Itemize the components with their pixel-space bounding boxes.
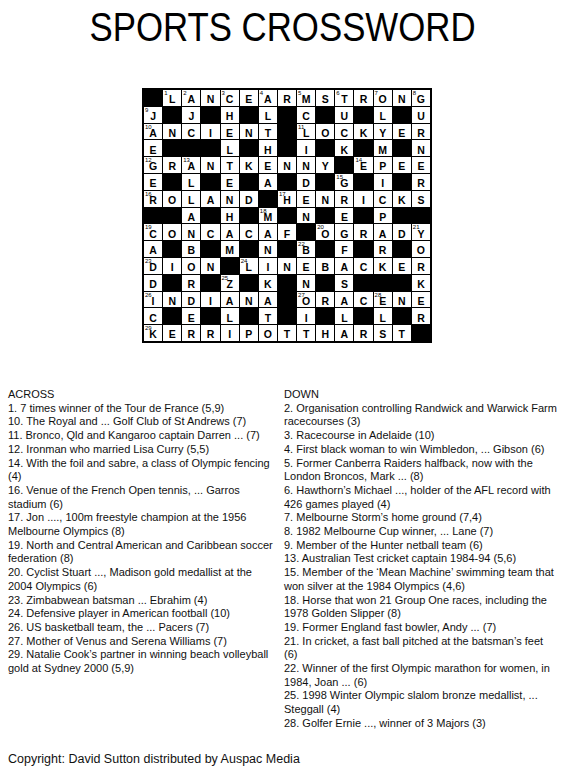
grid-cell-r9c8[interactable]: F <box>278 224 296 240</box>
grid-cell-r6c13[interactable]: I <box>374 174 392 190</box>
grid-cell-r1c2[interactable]: 1L <box>163 90 181 106</box>
grid-cell-r3c1[interactable]: 10A <box>144 124 162 140</box>
grid-cell-r11c7[interactable]: I <box>259 258 277 274</box>
grid-cell-r1c9[interactable]: 5M <box>297 90 315 106</box>
cell-letter: T <box>265 313 271 324</box>
grid-cell-r10c8 <box>278 241 296 257</box>
cell-letter: R <box>168 161 176 172</box>
grid-cell-r6c15[interactable]: R <box>412 174 430 190</box>
grid-cell-r9c5[interactable]: A <box>221 224 239 240</box>
cell-letter: J <box>150 111 156 122</box>
grid-cell-r15c5[interactable]: I <box>221 325 239 341</box>
grid-cell-r14c9[interactable]: I <box>297 308 315 324</box>
cell-letter: O <box>168 229 176 240</box>
grid-cell-r6c3[interactable]: L <box>182 174 200 190</box>
cell-letter: N <box>302 212 310 223</box>
clue-down-8: 8. 1982 Melbourne Cup winner, ... Lane (… <box>284 525 558 539</box>
grid-cell-r12c9[interactable]: N <box>297 275 315 291</box>
grid-cell-r9c14[interactable]: D <box>393 224 411 240</box>
grid-cell-r14c12 <box>354 308 372 324</box>
grid-cell-r3c11[interactable]: C <box>335 124 353 140</box>
grid-cell-r11c2[interactable]: I <box>163 258 181 274</box>
grid-cell-r8c14 <box>393 208 411 224</box>
cell-letter: C <box>149 313 157 324</box>
grid-cell-r13c11[interactable]: A <box>335 292 353 308</box>
grid-cell-r15c7[interactable]: O <box>259 325 277 341</box>
cell-letter: G <box>417 94 425 105</box>
clue-across-14: 14. With the foil and sabre, a class of … <box>8 457 278 484</box>
cell-letter: C <box>302 111 310 122</box>
cell-letter: H <box>226 212 234 223</box>
grid-cell-r9c2[interactable]: O <box>163 224 181 240</box>
cell-letter: E <box>417 161 424 172</box>
cell-number: 23 <box>145 258 152 265</box>
grid-cell-r10c15[interactable]: O <box>412 241 430 257</box>
grid-cell-r6c1[interactable]: E <box>144 174 162 190</box>
cell-letter: R <box>360 229 368 240</box>
cell-letter: E <box>303 262 310 273</box>
grid-cell-r7c1[interactable]: 16R <box>144 191 162 207</box>
cell-number: 7 <box>375 90 378 97</box>
cell-letter: A <box>341 329 349 340</box>
cell-letter: C <box>360 262 368 273</box>
grid-cell-r1c3[interactable]: 2A <box>182 90 200 106</box>
grid-cell-r11c12[interactable]: C <box>354 258 372 274</box>
grid-cell-r5c13[interactable]: P <box>374 157 392 173</box>
cell-letter: E <box>398 128 405 139</box>
grid-cell-r8c13[interactable]: P <box>374 208 392 224</box>
grid-cell-r1c7[interactable]: 4A <box>259 90 277 106</box>
grid-cell-r14c7[interactable]: T <box>259 308 277 324</box>
cell-letter: L <box>379 111 385 122</box>
cell-number: 16 <box>145 191 152 198</box>
grid-cell-r5c6[interactable]: K <box>240 157 258 173</box>
cell-letter: L <box>188 178 194 189</box>
grid-cell-r3c3[interactable]: C <box>182 124 200 140</box>
clue-down-25: 25. 1998 Winter Olympic slalom bronze me… <box>284 689 558 716</box>
grid-cell-r8c5[interactable]: H <box>221 208 239 224</box>
grid-cell-r9c6[interactable]: C <box>240 224 258 240</box>
grid-cell-r2c10 <box>316 107 334 123</box>
cell-letter: A <box>264 229 272 240</box>
cell-letter: D <box>188 296 196 307</box>
cell-letter: A <box>264 178 272 189</box>
cell-letter: N <box>188 229 196 240</box>
cell-letter: T <box>303 329 309 340</box>
grid-cell-r2c13[interactable]: L <box>374 107 392 123</box>
cell-letter: N <box>321 195 329 206</box>
cell-letter: A <box>226 229 234 240</box>
grid-cell-r11c11[interactable]: A <box>335 258 353 274</box>
grid-cell-r15c13[interactable]: S <box>374 325 392 341</box>
clue-down-15: 15. Member of the ‘Mean Machine’ swimmin… <box>284 566 558 593</box>
grid-cell-r7c2[interactable]: O <box>163 191 181 207</box>
grid-cell-r5c5[interactable]: T <box>221 157 239 173</box>
grid-cell-r12c5[interactable]: 25Z <box>221 275 239 291</box>
cell-letter: I <box>266 262 269 273</box>
grid-cell-r9c11[interactable]: G <box>335 224 353 240</box>
cell-letter: S <box>322 94 329 105</box>
cell-letter: R <box>283 94 291 105</box>
cell-letter: E <box>226 178 233 189</box>
grid-cell-r5c10[interactable]: Y <box>316 157 334 173</box>
grid-cell-r15c10[interactable]: H <box>316 325 334 341</box>
grid-cell-r6c12 <box>354 174 372 190</box>
grid-cell-r13c4[interactable]: I <box>201 292 219 308</box>
grid-cell-r3c4[interactable]: I <box>201 124 219 140</box>
grid-cell-r6c14 <box>393 174 411 190</box>
grid-cell-r1c10[interactable]: S <box>316 90 334 106</box>
grid-cell-r12c10 <box>316 275 334 291</box>
grid-cell-r1c8[interactable]: R <box>278 90 296 106</box>
cell-letter: L <box>226 313 232 324</box>
grid-cell-r3c6[interactable]: N <box>240 124 258 140</box>
cell-letter: E <box>264 161 271 172</box>
grid-cell-r5c7[interactable]: E <box>259 157 277 173</box>
grid-cell-r2c2 <box>163 107 181 123</box>
grid-cell-r11c1[interactable]: 23D <box>144 258 162 274</box>
grid-cell-r13c5[interactable]: A <box>221 292 239 308</box>
grid-cell-r14c15[interactable]: R <box>412 308 430 324</box>
cell-letter: T <box>399 329 405 340</box>
grid-cell-r12c3[interactable]: R <box>182 275 200 291</box>
grid-cell-r3c5[interactable]: E <box>221 124 239 140</box>
grid-cell-r5c15[interactable]: E <box>412 157 430 173</box>
grid-cell-r12c7[interactable]: K <box>259 275 277 291</box>
cell-letter: L <box>226 145 232 156</box>
grid-cell-r12c15[interactable]: K <box>412 275 430 291</box>
grid-cell-r7c7 <box>259 191 277 207</box>
grid-cell-r1c6[interactable]: E <box>240 90 258 106</box>
cell-number: 22 <box>298 241 305 248</box>
grid-cell-r5c11 <box>335 157 353 173</box>
cell-number: 26 <box>145 292 152 299</box>
grid-cell-r9c15[interactable]: 21Y <box>412 224 430 240</box>
cell-letter: I <box>171 262 174 273</box>
grid-cell-r13c13[interactable]: 28E <box>374 292 392 308</box>
cell-letter: E <box>226 128 233 139</box>
clue-across-10: 10. The Royal and ... Golf Club of St An… <box>8 415 278 429</box>
grid-cell-r11c14[interactable]: E <box>393 258 411 274</box>
grid-cell-r15c1[interactable]: 29K <box>144 325 162 341</box>
cell-letter: H <box>264 145 272 156</box>
grid-cell-r8c9[interactable]: N <box>297 208 315 224</box>
grid-cell-r11c8[interactable]: N <box>278 258 296 274</box>
cell-letter: Y <box>379 128 386 139</box>
grid-cell-r6c9[interactable]: D <box>297 174 315 190</box>
grid-cell-r9c12[interactable]: R <box>354 224 372 240</box>
grid-cell-r10c3[interactable]: B <box>182 241 200 257</box>
grid-cell-r1c4[interactable]: N <box>201 90 219 106</box>
grid-cell-r11c3[interactable]: O <box>182 258 200 274</box>
grid-cell-r8c4 <box>201 208 219 224</box>
cell-letter: R <box>207 329 215 340</box>
cell-number: 28 <box>375 292 382 299</box>
cell-letter: R <box>417 313 425 324</box>
cell-letter: A <box>264 94 272 105</box>
clue-across-16: 16. Venue of the French Open tennis, ...… <box>8 484 278 511</box>
grid-cell-r5c3[interactable]: 13A <box>182 157 200 173</box>
grid-cell-r3c7[interactable]: T <box>259 124 277 140</box>
grid-cell-r15c12[interactable]: R <box>354 325 372 341</box>
grid-cell-r9c13[interactable]: A <box>374 224 392 240</box>
grid-cell-r7c5[interactable]: N <box>221 191 239 207</box>
clue-down-21: 21. In cricket, a fast ball pitched at t… <box>284 635 558 662</box>
grid-cell-r11c5 <box>221 258 239 274</box>
grid-cell-r3c8 <box>278 124 296 140</box>
grid-cell-r8c3[interactable]: A <box>182 208 200 224</box>
cell-letter: N <box>264 245 272 256</box>
grid-cell-r7c9[interactable]: E <box>297 191 315 207</box>
grid-cell-r14c3[interactable]: E <box>182 308 200 324</box>
grid-cell-r15c11[interactable]: A <box>335 325 353 341</box>
grid-cell-r15c6[interactable]: P <box>240 325 258 341</box>
grid-cell-r13c12[interactable]: C <box>354 292 372 308</box>
grid-cell-r12c13 <box>374 275 392 291</box>
grid-cell-r11c10[interactable]: B <box>316 258 334 274</box>
clue-down-2: 2. Organisation controlling Randwick and… <box>284 402 558 429</box>
grid-cell-r12c1[interactable]: D <box>144 275 162 291</box>
grid-cell-r2c1[interactable]: 9J <box>144 107 162 123</box>
cell-letter: I <box>305 313 308 324</box>
grid-cell-r6c4 <box>201 174 219 190</box>
grid-cell-r4c13[interactable]: M <box>374 140 392 156</box>
grid-cell-r4c2 <box>163 140 181 156</box>
grid-cell-r7c14[interactable]: K <box>393 191 411 207</box>
grid-cell-r10c11[interactable]: F <box>335 241 353 257</box>
grid-cell-r14c13[interactable]: L <box>374 308 392 324</box>
clue-across-23: 23. Zimbabwean batsman ... Ebrahim (4) <box>8 594 278 608</box>
cell-letter: E <box>303 195 310 206</box>
cell-letter: B <box>321 262 329 273</box>
grid-cell-r4c5[interactable]: L <box>221 140 239 156</box>
cell-letter: C <box>379 195 387 206</box>
clue-down-7: 7. Melbourne Storm’s home ground (7,4) <box>284 511 558 525</box>
grid-cell-r2c3[interactable]: J <box>182 107 200 123</box>
grid-cell-r13c2[interactable]: N <box>163 292 181 308</box>
grid-cell-r9c1[interactable]: 19C <box>144 224 162 240</box>
clue-down-13: 13. Australian Test cricket captain 1984… <box>284 552 558 566</box>
cell-letter: A <box>149 245 157 256</box>
grid-cell-r12c12 <box>354 275 372 291</box>
cell-letter: U <box>417 111 425 122</box>
grid-cell-r1c14[interactable]: N <box>393 90 411 106</box>
clue-down-28: 28. Golfer Ernie ..., winner of 3 Majors… <box>284 717 558 731</box>
grid-cell-r5c14[interactable]: E <box>393 157 411 173</box>
grid-cell-r11c15[interactable]: R <box>412 258 430 274</box>
cell-letter: B <box>188 245 196 256</box>
grid-cell-r3c10[interactable]: O <box>316 124 334 140</box>
grid-cell-r8c11[interactable]: E <box>335 208 353 224</box>
grid-cell-r15c14[interactable]: T <box>393 325 411 341</box>
cell-letter: S <box>379 329 386 340</box>
grid-cell-r1c12[interactable]: R <box>354 90 372 106</box>
cell-letter: E <box>398 262 405 273</box>
cell-number: 8 <box>413 90 416 97</box>
grid-cell-r14c1[interactable]: C <box>144 308 162 324</box>
cell-letter: C <box>188 128 196 139</box>
grid-cell-r8c6 <box>240 208 258 224</box>
cell-number: 1 <box>164 90 167 97</box>
grid-cell-r2c5[interactable]: H <box>221 107 239 123</box>
grid-cell-r15c8[interactable]: T <box>278 325 296 341</box>
grid-cell-r7c11[interactable]: R <box>335 191 353 207</box>
cell-letter: T <box>284 329 290 340</box>
grid-cell-r5c4[interactable]: N <box>201 157 219 173</box>
grid-cell-r3c2[interactable]: N <box>163 124 181 140</box>
grid-cell-r5c1[interactable]: 12G <box>144 157 162 173</box>
cell-letter: I <box>228 329 231 340</box>
grid-cell-r7c6[interactable]: D <box>240 191 258 207</box>
grid-cell-r13c3[interactable]: D <box>182 292 200 308</box>
grid-cell-r12c11[interactable]: S <box>335 275 353 291</box>
cell-letter: C <box>245 229 253 240</box>
crossword-grid: 1L2AN3CE4AR5MS6TR7ON8G9JJHLCULU10ANCIENT… <box>142 88 432 343</box>
grid-cell-r4c1[interactable]: E <box>144 140 162 156</box>
grid-cell-r10c10 <box>316 241 334 257</box>
grid-cell-r13c1[interactable]: 26I <box>144 292 162 308</box>
grid-cell-r7c10[interactable]: N <box>316 191 334 207</box>
grid-cell-r4c9[interactable]: I <box>297 140 315 156</box>
cell-letter: G <box>340 229 348 240</box>
grid-cell-r2c9[interactable]: C <box>297 107 315 123</box>
cell-letter: U <box>341 111 349 122</box>
grid-cell-r9c10[interactable]: 20O <box>316 224 334 240</box>
grid-cell-r6c7[interactable]: A <box>259 174 277 190</box>
grid-cell-r11c9[interactable]: E <box>297 258 315 274</box>
grid-cell-r5c8[interactable]: N <box>278 157 296 173</box>
cell-letter: I <box>362 195 365 206</box>
grid-cell-r7c12[interactable]: I <box>354 191 372 207</box>
grid-cell-r5c9[interactable]: N <box>297 157 315 173</box>
grid-cell-r3c13[interactable]: Y <box>374 124 392 140</box>
grid-cell-r7c4[interactable]: A <box>201 191 219 207</box>
grid-cell-r10c7[interactable]: N <box>259 241 277 257</box>
cell-letter: N <box>302 279 310 290</box>
cell-letter: E <box>188 313 195 324</box>
grid-cell-r3c12[interactable]: K <box>354 124 372 140</box>
grid-cell-r6c5[interactable]: E <box>221 174 239 190</box>
grid-cell-r13c14[interactable]: N <box>393 292 411 308</box>
cell-number: 19 <box>145 224 152 231</box>
page-title: SPORTS CROSSWORD <box>37 7 529 47</box>
grid-cell-r13c15[interactable]: E <box>412 292 430 308</box>
cell-letter: S <box>341 279 348 290</box>
cell-letter: E <box>150 178 157 189</box>
grid-cell-r12c14 <box>393 275 411 291</box>
cell-letter: H <box>226 111 234 122</box>
grid-cell-r13c10[interactable]: R <box>316 292 334 308</box>
grid-cell-r12c8 <box>278 275 296 291</box>
grid-cell-r3c14[interactable]: E <box>393 124 411 140</box>
grid-cell-r4c15[interactable]: N <box>412 140 430 156</box>
cell-letter: D <box>149 279 157 290</box>
grid-cell-r2c11[interactable]: U <box>335 107 353 123</box>
cell-letter: N <box>398 94 406 105</box>
grid-cell-r3c15[interactable]: R <box>412 124 430 140</box>
crossword-page: SPORTS CROSSWORD 1L2AN3CE4AR5MS6TR7ON8G9… <box>0 0 565 776</box>
grid-cell-r5c2[interactable]: R <box>163 157 181 173</box>
grid-cell-r10c2 <box>163 241 181 257</box>
grid-cell-r10c1[interactable]: A <box>144 241 162 257</box>
grid-cell-r2c7[interactable]: L <box>259 107 277 123</box>
clue-across-12: 12. Ironman who married Lisa Curry (5,5) <box>8 443 278 457</box>
grid-cell-r9c4[interactable]: C <box>201 224 219 240</box>
grid-cell-r15c2[interactable]: E <box>163 325 181 341</box>
grid-cell-r7c13[interactable]: C <box>374 191 392 207</box>
cell-letter: N <box>245 128 253 139</box>
grid-cell-r11c4[interactable]: N <box>201 258 219 274</box>
grid-cell-r2c15[interactable]: U <box>412 107 430 123</box>
grid-cell-r15c3[interactable]: R <box>182 325 200 341</box>
clue-across-27: 27. Mother of Venus and Serena Williams … <box>8 635 278 649</box>
cell-letter: L <box>379 313 385 324</box>
grid-cell-r10c5[interactable]: M <box>221 241 239 257</box>
grid-cell-r15c4[interactable]: R <box>201 325 219 341</box>
grid-cell-r13c9[interactable]: 27O <box>297 292 315 308</box>
grid-cell-r15c9[interactable]: T <box>297 325 315 341</box>
cell-letter: P <box>245 329 252 340</box>
grid-cell-r7c15[interactable]: S <box>412 191 430 207</box>
grid-cell-r4c7[interactable]: H <box>259 140 277 156</box>
cell-letter: N <box>168 128 176 139</box>
cell-number: 11 <box>298 124 304 131</box>
cell-letter: R <box>321 296 329 307</box>
grid-cell-r10c4 <box>201 241 219 257</box>
grid-cell-r14c11[interactable]: L <box>335 308 353 324</box>
cell-number: 3 <box>222 90 225 97</box>
cell-number: 15 <box>336 174 343 181</box>
grid-cell-r4c14 <box>393 140 411 156</box>
grid-cell-r5c12[interactable]: 14E <box>354 157 372 173</box>
grid-cell-r8c7[interactable]: 18M <box>259 208 277 224</box>
grid-cell-r14c5[interactable]: L <box>221 308 239 324</box>
cell-number: 18 <box>260 208 267 215</box>
cell-letter: M <box>378 145 387 156</box>
grid-cell-r1c13[interactable]: 7O <box>374 90 392 106</box>
cell-letter: A <box>188 94 196 105</box>
grid-cell-r6c11[interactable]: 15G <box>335 174 353 190</box>
grid-cell-r3c9[interactable]: 11L <box>297 124 315 140</box>
grid-cell-r1c11[interactable]: 6T <box>335 90 353 106</box>
cell-number: 4 <box>260 90 263 97</box>
grid-cell-r1c15[interactable]: 8G <box>412 90 430 106</box>
grid-cell-r7c8[interactable]: 17H <box>278 191 296 207</box>
grid-cell-r4c11[interactable]: K <box>335 140 353 156</box>
cell-letter: C <box>341 128 349 139</box>
cell-number: 29 <box>145 325 152 332</box>
grid-cell-r6c2 <box>163 174 181 190</box>
grid-cell-r2c14 <box>393 107 411 123</box>
grid-cell-r10c13[interactable]: R <box>374 241 392 257</box>
grid-cell-r7c3[interactable]: L <box>182 191 200 207</box>
grid-cell-r13c7[interactable]: A <box>259 292 277 308</box>
grid-cell-r9c3[interactable]: N <box>182 224 200 240</box>
grid-cell-r1c5[interactable]: 3C <box>221 90 239 106</box>
grid-cell-r13c6[interactable]: N <box>240 292 258 308</box>
grid-cell-r11c6[interactable]: 24L <box>240 258 258 274</box>
grid-cell-r9c7[interactable]: A <box>259 224 277 240</box>
across-clues-list: ACROSS 1. 7 times winner of the Tour de … <box>8 388 278 676</box>
grid-cell-r11c13[interactable]: K <box>374 258 392 274</box>
grid-cell-r10c9[interactable]: 22B <box>297 241 315 257</box>
cell-letter: O <box>417 245 425 256</box>
grid-cell-r10c12 <box>354 241 372 257</box>
cell-letter: E <box>169 329 176 340</box>
cell-letter: R <box>360 329 368 340</box>
cell-letter: F <box>341 245 347 256</box>
grid-cell-r8c15 <box>412 208 430 224</box>
